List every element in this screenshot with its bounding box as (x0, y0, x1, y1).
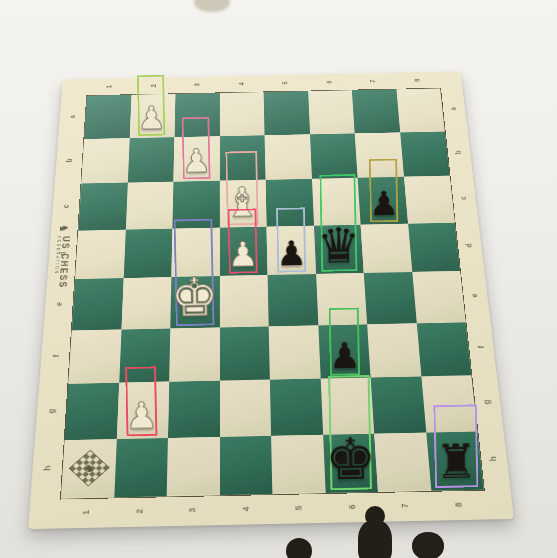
piece-black-pawn-f6[interactable]: ♟ (329, 307, 361, 375)
square-f4 (219, 326, 269, 380)
black-pawn-icon: ♟ (328, 338, 361, 373)
black-queen-icon: ♛ (317, 222, 361, 269)
square-e3: ♚ (170, 276, 219, 328)
square-g4 (219, 379, 271, 436)
square-b6 (310, 133, 358, 179)
square-g1 (65, 383, 119, 440)
square-e1 (72, 278, 123, 330)
square-d5: ♟ (267, 225, 316, 275)
square-g2: ♟ (116, 382, 169, 439)
square-f8 (416, 322, 471, 376)
piece-white-pawn-b3[interactable]: ♟ (181, 117, 210, 179)
white-king-icon: ♚ (170, 271, 219, 323)
square-a2: ♟ (129, 94, 175, 138)
chess-board: 12345678 12345678 abcdefgh abcdefgh ♞ US… (28, 71, 514, 529)
black-king-icon: ♚ (325, 432, 377, 487)
square-e5 (268, 274, 318, 326)
white-pawn-icon: ♟ (125, 398, 159, 433)
square-d4: ♟ (219, 226, 267, 276)
square-c1 (78, 183, 127, 231)
coord-label-1: 1 (86, 78, 131, 95)
piece-black-pawn-d5[interactable]: ♟ (276, 207, 306, 272)
square-a1 (84, 95, 131, 139)
white-pawn-icon: ♟ (227, 238, 258, 271)
coord-label-4: 4 (219, 75, 263, 92)
square-e8 (412, 271, 466, 323)
square-g3 (168, 381, 220, 438)
square-b3: ♟ (173, 136, 219, 182)
square-d6: ♛ (314, 224, 364, 274)
coord-label-3: 3 (175, 76, 219, 93)
square-d1 (75, 229, 125, 279)
coord-label-b: b (55, 138, 84, 183)
square-f7 (367, 323, 421, 377)
square-h1: ♞ (61, 439, 116, 499)
piece-black-queen-d6[interactable]: ♛ (320, 174, 358, 272)
square-c7: ♟ (358, 177, 408, 225)
piece-black-king-h6[interactable]: ♚ (328, 375, 372, 490)
square-h8: ♜ (426, 431, 484, 491)
square-e7 (364, 272, 417, 324)
square-f6: ♟ (318, 324, 371, 378)
piece-black-rook-h8[interactable]: ♜ (434, 404, 479, 488)
black-pawn-icon: ♟ (368, 187, 399, 219)
square-f3 (169, 327, 219, 381)
coord-label-5: 5 (262, 75, 306, 92)
square-a8 (396, 88, 445, 132)
coord-label-8: 8 (394, 72, 440, 89)
square-h2 (114, 438, 168, 498)
white-pawn-icon: ♟ (137, 102, 166, 133)
square-b1 (81, 138, 129, 184)
piece-white-pawn-g2[interactable]: ♟ (125, 366, 157, 436)
piece-black-pawn-c7[interactable]: ♟ (369, 158, 398, 222)
photo-chessboard-scene: 12345678 12345678 abcdefgh abcdefgh ♞ US… (0, 0, 557, 558)
square-a7 (352, 89, 400, 133)
offboard-black-unknown-bottom[interactable] (412, 532, 444, 558)
coord-label-f: f (39, 329, 71, 383)
coord-label-7: 7 (350, 73, 395, 90)
piece-white-pawn-d4[interactable]: ♟ (228, 208, 258, 273)
square-a4 (219, 92, 264, 136)
offboard-black-pawn-bottom[interactable] (358, 520, 392, 558)
white-pawn-icon: ♟ (181, 145, 211, 177)
square-h4 (220, 435, 273, 495)
piece-white-king-e3[interactable]: ♚ (173, 218, 214, 325)
square-h5 (271, 434, 325, 494)
square-a5 (264, 91, 310, 135)
black-pawn-icon: ♟ (276, 237, 307, 270)
square-f1 (68, 329, 121, 384)
coord-label-6: 6 (306, 74, 351, 91)
square-c2 (125, 182, 173, 230)
square-f5 (269, 325, 321, 379)
square-g7 (371, 376, 426, 433)
coord-label-g: g (35, 383, 68, 440)
offboard-black-unknown-bottom[interactable] (286, 538, 312, 558)
offboard-white-unknown-top[interactable] (194, 0, 230, 12)
square-g5 (270, 378, 323, 435)
black-rook-icon: ♜ (435, 439, 478, 485)
square-e2 (121, 277, 171, 329)
square-d2 (123, 228, 172, 278)
board-grid: ♟♟♝♟♟♟♛♚♟♟♞♚♜ (60, 88, 485, 500)
square-d8 (408, 222, 460, 272)
square-h6: ♚ (323, 433, 378, 493)
square-c8 (404, 176, 455, 224)
square-e4 (219, 275, 268, 327)
